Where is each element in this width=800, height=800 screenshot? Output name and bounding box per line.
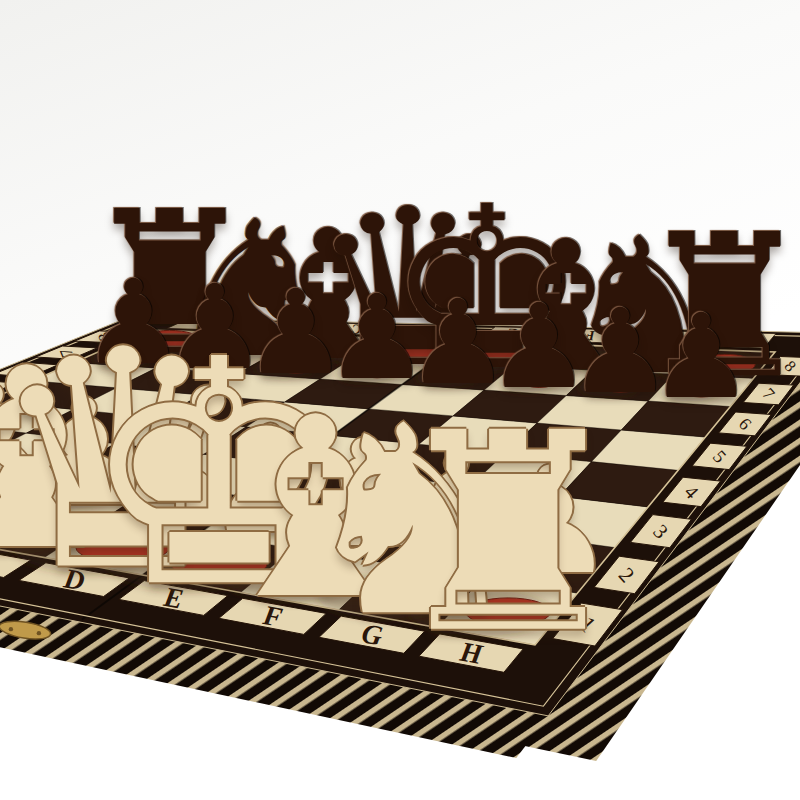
pieces-layer: ♜♞♝♛♚♝♞♜♟♟♟♟♟♟♟♟♟♟♟♟♟♟♟♟♜♞♝♛♚♝♞♜ bbox=[0, 0, 800, 800]
board-photo-scene: AABBCCDDEEFFGGHH1122334455667788 ♜♞♝♛♚♝♞… bbox=[0, 0, 800, 800]
white-rook[interactable]: ♜ bbox=[385, 397, 630, 671]
black-pawn[interactable]: ♟ bbox=[649, 299, 754, 416]
